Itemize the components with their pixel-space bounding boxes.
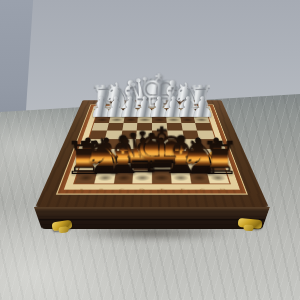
file-label-h: H xyxy=(212,188,234,193)
box-seam xyxy=(38,219,265,220)
piece-black-rook-h1[interactable]: ♜ xyxy=(199,136,239,181)
file-label-c: C xyxy=(111,188,132,193)
file-label-b: B xyxy=(91,188,112,193)
file-label-d: D xyxy=(132,188,152,193)
file-label-g: G xyxy=(192,188,213,193)
scene: ABCDEFGH 87654321 ♜♞♝♛♚♝♞♜♟♟♟♟♟♟♟♟♟♟♟♟♟♟… xyxy=(0,0,300,300)
file-label-e: E xyxy=(152,188,172,193)
file-label-a: A xyxy=(70,188,92,193)
piece-silver-pawn-h7[interactable]: ♟ xyxy=(190,93,215,121)
file-label-f: F xyxy=(172,188,193,193)
file-labels: ABCDEFGH xyxy=(70,188,234,193)
